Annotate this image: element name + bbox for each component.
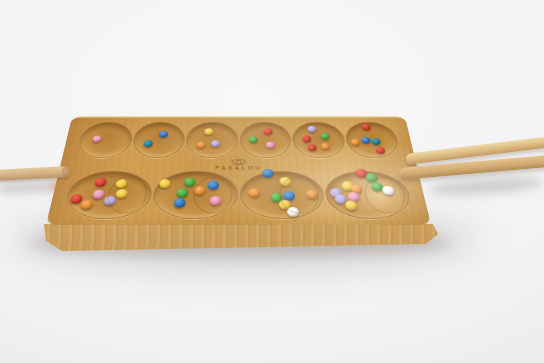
red-bead[interactable] xyxy=(307,145,317,152)
lavender-bead[interactable] xyxy=(307,126,316,133)
green-bead[interactable] xyxy=(320,133,330,140)
red-bead[interactable] xyxy=(375,147,385,154)
white-bead[interactable] xyxy=(287,207,299,217)
orange-bead[interactable] xyxy=(194,186,206,195)
orange-bead[interactable] xyxy=(350,139,360,146)
yellow-bead[interactable] xyxy=(115,189,128,198)
red-bead[interactable] xyxy=(362,124,372,130)
orange-bead[interactable] xyxy=(248,188,260,197)
orange-bead[interactable] xyxy=(196,142,205,149)
yellow-bead[interactable] xyxy=(278,200,290,210)
lavender-bead[interactable] xyxy=(104,196,117,205)
pit-top-3[interactable] xyxy=(185,122,238,158)
pink-bead[interactable] xyxy=(266,142,275,149)
blue-bead[interactable] xyxy=(283,192,295,201)
pink-bead[interactable] xyxy=(92,136,102,143)
red-bead[interactable] xyxy=(302,136,312,143)
stick-shadow xyxy=(0,180,60,191)
photo-scene: PASALOU xyxy=(0,0,544,363)
yellow-bead[interactable] xyxy=(159,179,171,188)
pit-top-4[interactable] xyxy=(239,122,292,158)
green-bead[interactable] xyxy=(249,136,258,143)
wooden-tweezers[interactable] xyxy=(394,128,544,198)
white-bead[interactable] xyxy=(381,186,394,195)
mancala-board: PASALOU xyxy=(46,116,431,225)
orange-bead[interactable] xyxy=(321,143,331,150)
orange-bead[interactable] xyxy=(80,200,94,210)
yellow-bead[interactable] xyxy=(344,201,357,211)
orange-bead[interactable] xyxy=(306,190,318,199)
brand-logo: PASALOU xyxy=(72,159,405,170)
brand-name: PASALOU xyxy=(215,166,262,170)
pink-bead[interactable] xyxy=(92,190,105,199)
yellow-bead[interactable] xyxy=(205,128,214,135)
green-bead[interactable] xyxy=(271,192,283,201)
blue-bead[interactable] xyxy=(263,169,275,178)
blue-bead[interactable] xyxy=(361,137,371,144)
blue-bead[interactable] xyxy=(159,131,169,138)
yellow-bead[interactable] xyxy=(115,179,128,188)
yellow-bead[interactable] xyxy=(280,177,292,186)
pit-top-1[interactable] xyxy=(76,122,134,158)
red-bead[interactable] xyxy=(263,128,272,135)
pit-top-6[interactable] xyxy=(343,122,401,158)
brand-emblem-icon xyxy=(232,159,246,165)
blue-bead[interactable] xyxy=(173,198,185,208)
pit-bottom-3[interactable] xyxy=(239,171,326,219)
red-bead[interactable] xyxy=(94,178,107,187)
pink-bead[interactable] xyxy=(210,196,222,205)
red-bead[interactable] xyxy=(69,194,83,203)
green-bead[interactable] xyxy=(176,188,188,197)
lavender-bead[interactable] xyxy=(211,140,220,147)
teal-bead[interactable] xyxy=(143,140,153,147)
pit-bottom-2[interactable] xyxy=(151,171,238,219)
green-bead[interactable] xyxy=(365,173,378,182)
pit-top-5[interactable] xyxy=(291,122,346,158)
teal-bead[interactable] xyxy=(371,138,381,145)
green-bead[interactable] xyxy=(371,182,384,191)
blue-bead[interactable] xyxy=(207,181,219,190)
green-bead[interactable] xyxy=(184,178,196,187)
pit-top-2[interactable] xyxy=(130,122,185,158)
pit-bottom-1[interactable] xyxy=(62,171,154,219)
